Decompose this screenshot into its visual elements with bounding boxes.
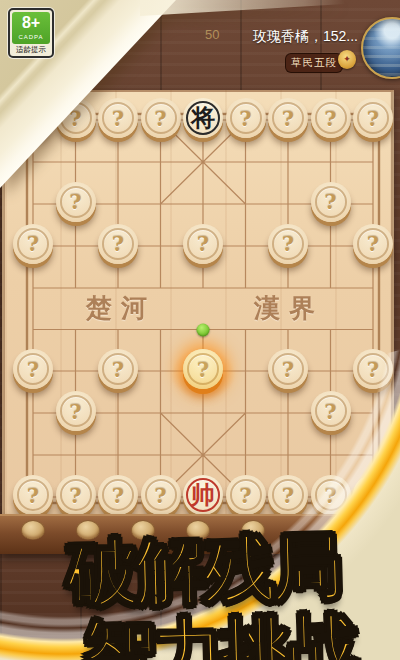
piece-glyph: ?: [353, 475, 393, 515]
river-label-right: 漢界: [254, 291, 324, 326]
piece-facedown[interactable]: ?: [141, 98, 181, 138]
game-screen: 楚河 漢界 ????将??????????????????????帅???? 8…: [0, 0, 400, 660]
piece-facedown[interactable]: ?: [353, 224, 393, 264]
age-rating-org: CADPA: [12, 34, 50, 41]
age-rating-label: 适龄提示: [10, 45, 52, 55]
faint-number: 50: [205, 27, 219, 42]
banner-line-2: 智力挑战: [19, 609, 400, 660]
piece-facedown[interactable]: ?: [141, 475, 181, 515]
piece-glyph: ?: [13, 475, 53, 515]
piece-facedown[interactable]: ?: [13, 98, 53, 138]
table-dowel: [241, 520, 265, 540]
piece-facedown[interactable]: ?: [13, 475, 53, 515]
piece-glyph: ?: [141, 98, 181, 138]
piece-black-general[interactable]: 将: [183, 98, 223, 138]
table-dowel: [21, 520, 45, 540]
piece-glyph: 将: [183, 98, 223, 138]
piece-facedown[interactable]: ?: [56, 475, 96, 515]
piece-glyph: ?: [98, 98, 138, 138]
piece-glyph: ?: [226, 475, 266, 515]
piece-facedown[interactable]: ?: [353, 349, 393, 389]
piece-glyph: ?: [13, 224, 53, 264]
player-avatar[interactable]: [361, 17, 400, 79]
medal-star-icon: ✦: [343, 55, 351, 64]
piece-facedown[interactable]: ?: [98, 98, 138, 138]
piece-facedown[interactable]: ?: [268, 224, 308, 264]
piece-glyph: ?: [353, 224, 393, 264]
piece-glyph: ?: [98, 349, 138, 389]
table-dowel: [186, 520, 210, 540]
piece-facedown[interactable]: ?: [98, 224, 138, 264]
river-label-left: 楚河: [86, 291, 156, 326]
rank-medal-icon: ✦: [338, 50, 356, 69]
piece-facedown[interactable]: ?: [311, 391, 351, 431]
piece-facedown[interactable]: ?: [56, 98, 96, 138]
piece-facedown[interactable]: ?: [183, 224, 223, 264]
piece-glyph: ?: [311, 182, 351, 222]
piece-facedown[interactable]: ?: [13, 349, 53, 389]
piece-facedown[interactable]: ?: [353, 475, 393, 515]
piece-glyph: ?: [13, 349, 53, 389]
ribbon-tail: [140, 0, 345, 16]
piece-glyph: ?: [56, 182, 96, 222]
piece-glyph: ?: [56, 98, 96, 138]
piece-facedown-selected[interactable]: ?: [183, 349, 223, 389]
piece-red-general[interactable]: 帅: [183, 475, 223, 515]
age-rating-badge: 8+ CADPA 适龄提示: [8, 8, 54, 58]
age-rating-value: 8+: [12, 12, 50, 34]
move-hint-dot[interactable]: [197, 323, 210, 336]
piece-glyph: ?: [183, 224, 223, 264]
piece-glyph: ?: [226, 98, 266, 138]
piece-glyph: ?: [268, 224, 308, 264]
piece-facedown[interactable]: ?: [268, 475, 308, 515]
table-dowel: [131, 520, 155, 540]
piece-glyph: ?: [98, 475, 138, 515]
piece-facedown[interactable]: ?: [268, 98, 308, 138]
piece-glyph: ?: [268, 475, 308, 515]
piece-facedown[interactable]: ?: [311, 98, 351, 138]
piece-facedown[interactable]: ?: [311, 475, 351, 515]
rank-badge: 草民五段: [285, 53, 343, 73]
piece-glyph: ?: [311, 391, 351, 431]
table-dowel: [76, 520, 100, 540]
piece-glyph: ?: [268, 349, 308, 389]
piece-glyph: 帅: [183, 475, 223, 515]
piece-facedown[interactable]: ?: [98, 349, 138, 389]
piece-facedown[interactable]: ?: [268, 349, 308, 389]
piece-facedown[interactable]: ?: [353, 98, 393, 138]
piece-facedown[interactable]: ?: [56, 391, 96, 431]
piece-glyph: ?: [268, 98, 308, 138]
piece-glyph: ?: [311, 475, 351, 515]
piece-glyph: ?: [56, 475, 96, 515]
piece-glyph: ?: [13, 98, 53, 138]
table-edge: [0, 514, 400, 554]
piece-glyph: ?: [56, 391, 96, 431]
xiangqi-board[interactable]: 楚河 漢界 ????将??????????????????????帅????: [2, 90, 394, 514]
piece-glyph: ?: [183, 349, 223, 389]
board-grid: [5, 92, 397, 516]
piece-glyph: ?: [141, 475, 181, 515]
piece-facedown[interactable]: ?: [98, 475, 138, 515]
piece-glyph: ?: [98, 224, 138, 264]
piece-glyph: ?: [311, 98, 351, 138]
ticker-message: 玫瑰香橘，152...: [253, 28, 358, 46]
piece-facedown[interactable]: ?: [13, 224, 53, 264]
piece-glyph: ?: [353, 98, 393, 138]
piece-facedown[interactable]: ?: [311, 182, 351, 222]
piece-facedown[interactable]: ?: [226, 475, 266, 515]
piece-facedown[interactable]: ?: [226, 98, 266, 138]
age-rating-green-box: 8+ CADPA: [12, 12, 50, 44]
piece-glyph: ?: [353, 349, 393, 389]
piece-facedown[interactable]: ?: [56, 182, 96, 222]
